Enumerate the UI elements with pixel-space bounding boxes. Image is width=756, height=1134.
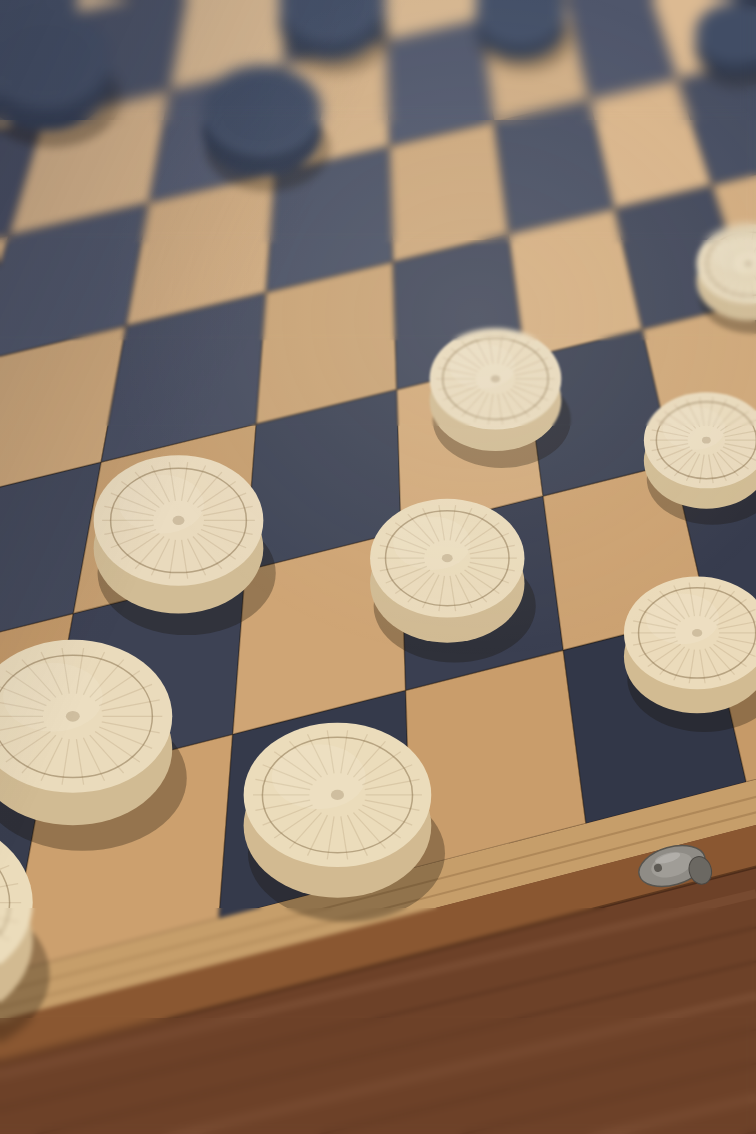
piece-black-4[interactable] bbox=[475, 0, 572, 71]
checkers-board bbox=[0, 0, 756, 1134]
piece-white-4[interactable] bbox=[644, 392, 756, 525]
piece-black-6[interactable] bbox=[695, 3, 756, 87]
screenshot-root bbox=[0, 0, 756, 1134]
piece-white-7[interactable] bbox=[624, 577, 756, 732]
